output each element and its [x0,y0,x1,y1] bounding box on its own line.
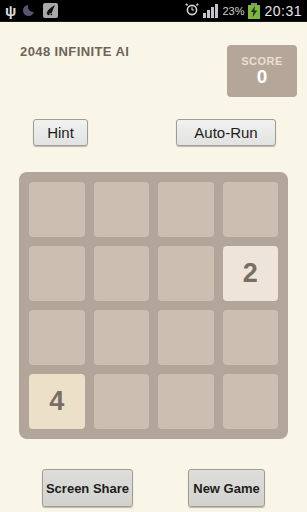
score-value: 0 [257,67,268,88]
new-game-button[interactable]: New Game [188,469,265,507]
cell-r4c2 [94,374,150,429]
cell-r4c3 [158,374,214,429]
auto-run-button[interactable]: Auto-Run [176,119,276,146]
usb-icon: ψ [5,3,16,18]
page-title: 2048 INFINITE AI [20,44,129,59]
cell-r1c3 [158,182,214,237]
cell-r1c1 [29,182,85,237]
cell-r3c2 [94,310,150,365]
cell-r1c2 [94,182,150,237]
cell-r3c4 [223,310,279,365]
battery-percent-text: 23% [222,5,244,17]
app-notification-icon [43,3,58,18]
tile-2: 2 [223,246,279,301]
hint-button[interactable]: Hint [33,119,88,146]
status-bar-clock: 20:31 [264,3,302,19]
cell-r3c3 [158,310,214,365]
score-box: SCORE 0 [227,45,297,97]
alarm-icon [185,2,199,20]
status-bar-left: ψ [5,3,58,18]
tile-4: 4 [29,374,85,429]
cell-r3c1 [29,310,85,365]
status-bar[interactable]: ψ 23% [0,0,307,22]
board[interactable]: 24 [19,172,288,439]
score-label: SCORE [241,55,283,67]
screen-share-button[interactable]: Screen Share [42,469,133,507]
battery-icon [248,3,260,19]
cell-r4c4 [223,374,279,429]
night-mode-moon-icon [23,4,36,17]
signal-strength-icon [203,4,218,18]
cell-r2c1 [29,246,85,301]
cell-r1c4 [223,182,279,237]
cell-r2c2 [94,246,150,301]
cell-r2c3 [158,246,214,301]
status-bar-right: 23% 20:31 [185,2,302,20]
